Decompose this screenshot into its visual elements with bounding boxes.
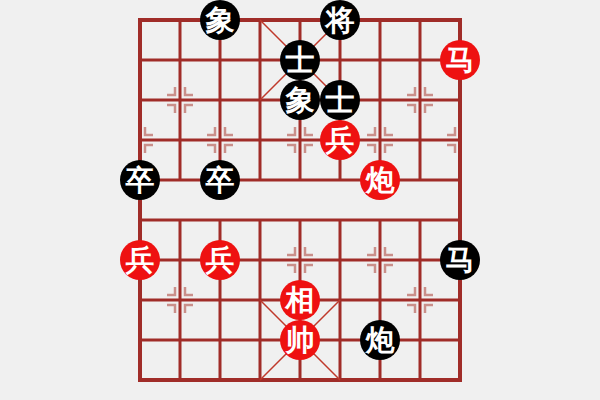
red-horse-c8r1[interactable]: 马	[440, 40, 480, 80]
red-elephant-c4r7[interactable]: 相	[280, 280, 320, 320]
black-advisor-c4r1[interactable]: 士	[280, 40, 320, 80]
black-general-c5r0[interactable]: 将	[320, 0, 360, 40]
black-advisor-c5r2[interactable]: 士	[320, 80, 360, 120]
red-soldier-c0r6[interactable]: 兵	[120, 240, 160, 280]
xiangqi-piece-grid: 象将士马象士兵卒卒炮兵兵马相帅炮	[120, 0, 480, 400]
black-elephant-c4r2[interactable]: 象	[280, 80, 320, 120]
black-elephant-c2r0[interactable]: 象	[200, 0, 240, 40]
black-soldier-c0r4[interactable]: 卒	[120, 160, 160, 200]
red-soldier-c2r6[interactable]: 兵	[200, 240, 240, 280]
red-soldier-c5r3[interactable]: 兵	[320, 120, 360, 160]
red-cannon-c6r4[interactable]: 炮	[360, 160, 400, 200]
xiangqi-app: 象将士马象士兵卒卒炮兵兵马相帅炮	[0, 0, 600, 400]
black-horse-c8r6[interactable]: 马	[440, 240, 480, 280]
black-cannon-c6r8[interactable]: 炮	[360, 320, 400, 360]
black-soldier-c2r4[interactable]: 卒	[200, 160, 240, 200]
red-general-c4r8[interactable]: 帅	[280, 320, 320, 360]
